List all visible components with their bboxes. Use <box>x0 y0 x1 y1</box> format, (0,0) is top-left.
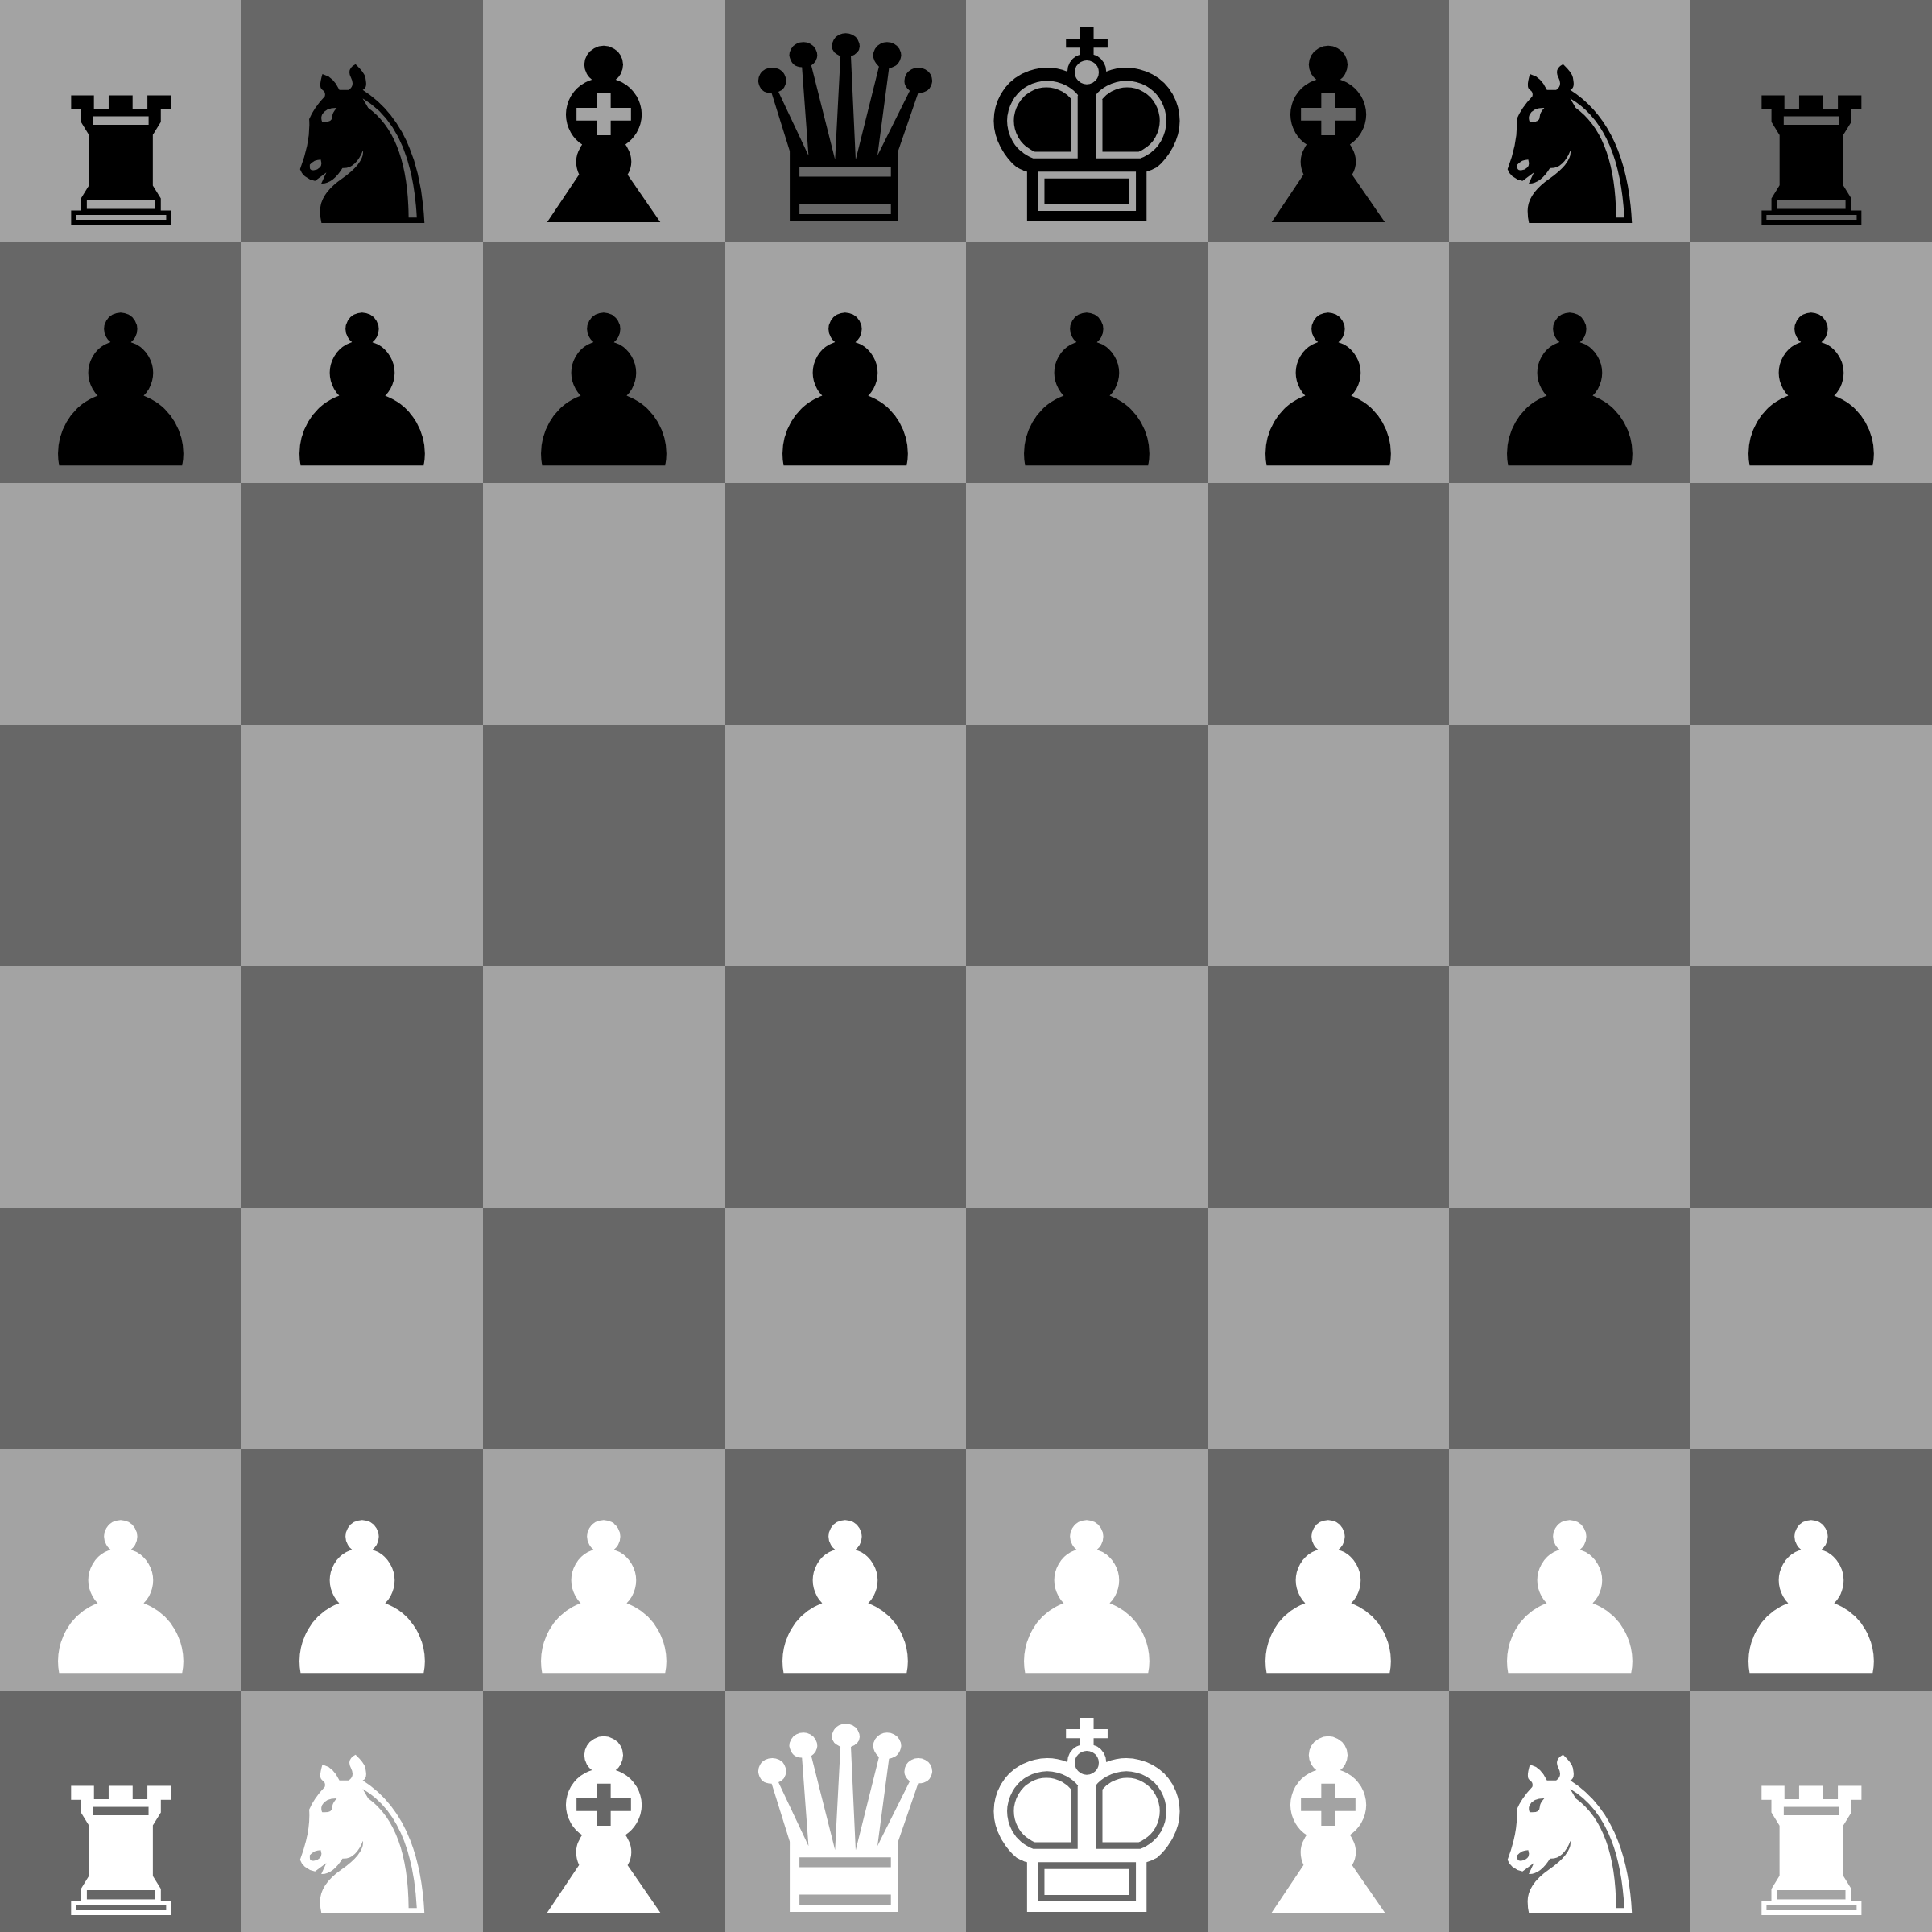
square-c8[interactable]: ♝ <box>483 0 724 242</box>
piece-white-king: ♚ <box>968 1717 1206 1932</box>
square-d5[interactable] <box>724 724 966 966</box>
square-d3[interactable] <box>724 1207 966 1449</box>
square-d7[interactable]: ♟ <box>724 242 966 483</box>
square-h3[interactable] <box>1690 1207 1932 1449</box>
square-c1[interactable]: ♝ <box>483 1690 724 1932</box>
piece-black-knight: ♞ <box>1472 64 1667 242</box>
square-e6[interactable] <box>966 483 1207 724</box>
piece-black-knight: ♞ <box>265 64 460 242</box>
piece-white-pawn: ♟ <box>27 1519 214 1690</box>
piece-black-bishop: ♝ <box>496 45 712 242</box>
piece-white-pawn: ♟ <box>1717 1519 1905 1690</box>
piece-white-pawn: ♟ <box>510 1519 697 1690</box>
piece-white-knight: ♞ <box>265 1754 460 1932</box>
square-f1[interactable]: ♝ <box>1207 1690 1449 1932</box>
piece-white-bishop: ♝ <box>1220 1736 1437 1932</box>
square-g2[interactable]: ♟ <box>1449 1449 1690 1690</box>
piece-white-pawn: ♟ <box>1234 1519 1422 1690</box>
square-b6[interactable] <box>242 483 483 724</box>
piece-black-queen: ♛ <box>730 32 961 242</box>
square-c4[interactable] <box>483 966 724 1207</box>
square-c6[interactable] <box>483 483 724 724</box>
square-f8[interactable]: ♝ <box>1207 0 1449 242</box>
piece-black-rook: ♜ <box>41 95 200 242</box>
square-c2[interactable]: ♟ <box>483 1449 724 1690</box>
piece-white-queen: ♛ <box>730 1723 961 1932</box>
square-e5[interactable] <box>966 724 1207 966</box>
square-a2[interactable]: ♟ <box>0 1449 242 1690</box>
square-b7[interactable]: ♟ <box>242 242 483 483</box>
square-a5[interactable] <box>0 724 242 966</box>
piece-black-pawn: ♟ <box>1476 312 1663 483</box>
square-f4[interactable] <box>1207 966 1449 1207</box>
piece-black-pawn: ♟ <box>27 312 214 483</box>
square-h7[interactable]: ♟ <box>1690 242 1932 483</box>
square-d2[interactable]: ♟ <box>724 1449 966 1690</box>
square-g1[interactable]: ♞ <box>1449 1690 1690 1932</box>
square-a3[interactable] <box>0 1207 242 1449</box>
square-h2[interactable]: ♟ <box>1690 1449 1932 1690</box>
square-e4[interactable] <box>966 966 1207 1207</box>
square-a7[interactable]: ♟ <box>0 242 242 483</box>
square-g3[interactable] <box>1449 1207 1690 1449</box>
square-f6[interactable] <box>1207 483 1449 724</box>
piece-black-pawn: ♟ <box>751 312 939 483</box>
square-g7[interactable]: ♟ <box>1449 242 1690 483</box>
piece-black-king: ♚ <box>968 27 1206 242</box>
piece-white-bishop: ♝ <box>496 1736 712 1932</box>
square-g4[interactable] <box>1449 966 1690 1207</box>
chess-app: ♜♞♝♛♚♝♞♜♟♟♟♟♟♟♟♟♟♟♟♟♟♟♟♟♜♞♝♛♚♝♞♜ <box>0 0 1932 1932</box>
square-b2[interactable]: ♟ <box>242 1449 483 1690</box>
piece-black-pawn: ♟ <box>1717 312 1905 483</box>
square-h8[interactable]: ♜ <box>1690 0 1932 242</box>
square-h1[interactable]: ♜ <box>1690 1690 1932 1932</box>
square-c7[interactable]: ♟ <box>483 242 724 483</box>
square-b4[interactable] <box>242 966 483 1207</box>
square-b5[interactable] <box>242 724 483 966</box>
piece-white-knight: ♞ <box>1472 1754 1667 1932</box>
piece-white-rook: ♜ <box>41 1785 200 1932</box>
piece-black-pawn: ♟ <box>268 312 456 483</box>
piece-black-pawn: ♟ <box>510 312 697 483</box>
square-e3[interactable] <box>966 1207 1207 1449</box>
square-g8[interactable]: ♞ <box>1449 0 1690 242</box>
square-g5[interactable] <box>1449 724 1690 966</box>
piece-white-rook: ♜ <box>1732 1785 1890 1932</box>
square-b8[interactable]: ♞ <box>242 0 483 242</box>
square-f7[interactable]: ♟ <box>1207 242 1449 483</box>
square-d1[interactable]: ♛ <box>724 1690 966 1932</box>
square-a8[interactable]: ♜ <box>0 0 242 242</box>
square-e7[interactable]: ♟ <box>966 242 1207 483</box>
piece-black-pawn: ♟ <box>1234 312 1422 483</box>
piece-white-pawn: ♟ <box>751 1519 939 1690</box>
square-b1[interactable]: ♞ <box>242 1690 483 1932</box>
piece-white-pawn: ♟ <box>268 1519 456 1690</box>
square-h6[interactable] <box>1690 483 1932 724</box>
square-e1[interactable]: ♚ <box>966 1690 1207 1932</box>
square-e8[interactable]: ♚ <box>966 0 1207 242</box>
square-a1[interactable]: ♜ <box>0 1690 242 1932</box>
square-f2[interactable]: ♟ <box>1207 1449 1449 1690</box>
square-e2[interactable]: ♟ <box>966 1449 1207 1690</box>
square-a6[interactable] <box>0 483 242 724</box>
square-a4[interactable] <box>0 966 242 1207</box>
square-d4[interactable] <box>724 966 966 1207</box>
square-f3[interactable] <box>1207 1207 1449 1449</box>
square-d8[interactable]: ♛ <box>724 0 966 242</box>
square-f5[interactable] <box>1207 724 1449 966</box>
chess-board: ♜♞♝♛♚♝♞♜♟♟♟♟♟♟♟♟♟♟♟♟♟♟♟♟♜♞♝♛♚♝♞♜ <box>0 0 1932 1932</box>
square-b3[interactable] <box>242 1207 483 1449</box>
piece-black-pawn: ♟ <box>993 312 1180 483</box>
square-c3[interactable] <box>483 1207 724 1449</box>
square-c5[interactable] <box>483 724 724 966</box>
square-g6[interactable] <box>1449 483 1690 724</box>
piece-black-rook: ♜ <box>1732 95 1890 242</box>
piece-white-pawn: ♟ <box>1476 1519 1663 1690</box>
piece-black-bishop: ♝ <box>1220 45 1437 242</box>
square-d6[interactable] <box>724 483 966 724</box>
square-h4[interactable] <box>1690 966 1932 1207</box>
square-h5[interactable] <box>1690 724 1932 966</box>
